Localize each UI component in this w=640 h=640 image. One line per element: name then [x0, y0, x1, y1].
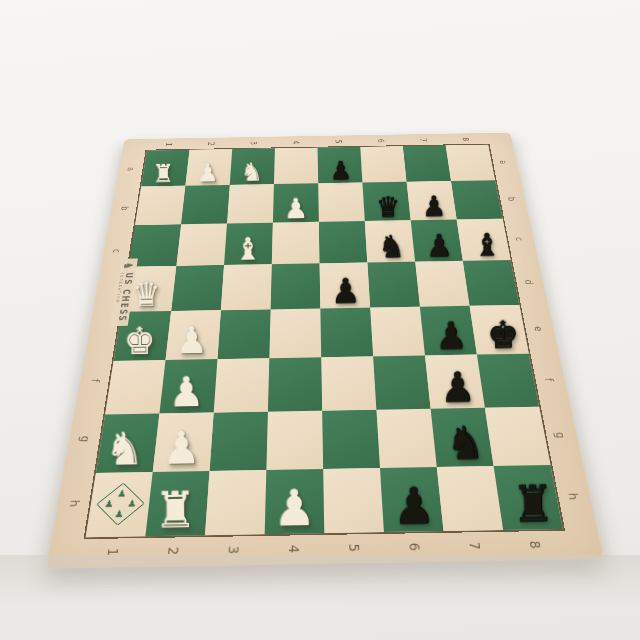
- square-b6[interactable]: ♛: [362, 182, 410, 221]
- file-label-right-g: g: [553, 432, 568, 439]
- file-label-left-c: c: [111, 249, 123, 253]
- square-h2[interactable]: ♜: [145, 471, 209, 536]
- square-h7[interactable]: [437, 466, 503, 531]
- rank-label-bottom-4: 4: [286, 545, 302, 553]
- square-f7[interactable]: ♟: [425, 355, 485, 409]
- square-g4[interactable]: [266, 411, 323, 470]
- square-e4[interactable]: [269, 308, 321, 358]
- piece-black-knight-g7[interactable]: ♞: [445, 421, 484, 467]
- piece-white-queen-d1[interactable]: ♛: [132, 277, 161, 311]
- square-b7[interactable]: ♟: [407, 181, 457, 220]
- square-d3[interactable]: [221, 264, 272, 310]
- square-h1[interactable]: ♟♟♟♟: [86, 472, 153, 537]
- piece-black-pawn-c7[interactable]: ♟: [425, 230, 452, 261]
- file-label-right-c: c: [513, 237, 525, 241]
- square-d4[interactable]: [271, 263, 321, 309]
- square-g7[interactable]: ♞: [431, 408, 494, 467]
- rank-label-bottom-2: 2: [165, 547, 182, 555]
- square-e5[interactable]: [320, 308, 373, 358]
- file-label-right-d: d: [522, 279, 535, 284]
- piece-black-bishop-c8[interactable]: ♝: [473, 229, 500, 260]
- square-d7[interactable]: [415, 261, 469, 307]
- piece-white-bishop-c3[interactable]: ♝: [235, 234, 261, 265]
- square-h4[interactable]: ♟: [265, 469, 325, 534]
- square-c8[interactable]: ♝: [457, 219, 511, 261]
- board: ♜♟♞♟♟♛♟♝♞♟♝♛♟♚♟♟♚♟♟♞♟♞♟♟♟♟♜♟♟♜: [86, 145, 563, 538]
- file-label-right-e: e: [531, 326, 545, 331]
- knight-icon: ♞: [121, 262, 136, 270]
- square-a2[interactable]: ♟: [185, 149, 232, 186]
- rank-label-top-1: 1: [164, 142, 175, 146]
- square-h8[interactable]: ♜: [494, 465, 563, 530]
- square-f8[interactable]: [477, 354, 539, 408]
- piece-white-king-e1[interactable]: ♚: [124, 323, 156, 361]
- square-a4[interactable]: [274, 148, 318, 185]
- rank-label-bottom-8: 8: [527, 541, 544, 549]
- piece-black-pawn-f7[interactable]: ♟: [439, 367, 475, 409]
- file-label-right-a: a: [498, 160, 509, 164]
- rank-label-top-5: 5: [333, 139, 344, 143]
- rank-label-top-2: 2: [206, 142, 217, 146]
- rank-label-bottom-6: 6: [407, 543, 423, 551]
- square-f2[interactable]: ♟: [159, 359, 217, 413]
- piece-white-rook-a1[interactable]: ♜: [152, 161, 174, 187]
- us-chess-pawns-logo: ♟♟♟♟: [96, 483, 145, 526]
- square-c6[interactable]: ♞: [365, 220, 415, 262]
- square-g8[interactable]: [485, 407, 551, 466]
- square-b4[interactable]: ♟: [273, 183, 319, 222]
- piece-white-knight-g1[interactable]: ♞: [105, 427, 143, 473]
- square-d8[interactable]: [463, 260, 519, 306]
- file-label-left-g: g: [78, 436, 93, 443]
- square-a3[interactable]: ♞: [230, 148, 275, 185]
- logo-pawn-icon: ♟: [109, 507, 127, 522]
- piece-black-queen-b6[interactable]: ♛: [375, 193, 399, 221]
- piece-black-knight-c6[interactable]: ♞: [378, 231, 405, 262]
- piece-black-rook-h8[interactable]: ♜: [511, 479, 554, 530]
- piece-white-pawn-e2[interactable]: ♟: [175, 322, 207, 360]
- piece-white-pawn-b4[interactable]: ♟: [284, 194, 308, 222]
- square-b2[interactable]: [181, 185, 230, 224]
- square-c3[interactable]: ♝: [224, 223, 273, 265]
- file-label-left-a: a: [125, 167, 136, 171]
- square-g5[interactable]: [322, 410, 380, 469]
- square-c7[interactable]: ♟: [411, 219, 463, 261]
- piece-black-pawn-b7[interactable]: ♟: [421, 192, 445, 220]
- square-d5[interactable]: ♟: [320, 263, 371, 309]
- piece-white-pawn-h4[interactable]: ♟: [273, 483, 316, 534]
- piece-white-pawn-g2[interactable]: ♟: [162, 426, 200, 472]
- square-b3[interactable]: [227, 184, 274, 223]
- square-g2[interactable]: ♟: [153, 412, 214, 471]
- square-f1[interactable]: [105, 360, 165, 414]
- square-e3[interactable]: [217, 309, 270, 359]
- piece-black-pawn-a5[interactable]: ♟: [329, 158, 351, 184]
- piece-white-pawn-a2[interactable]: ♟: [197, 160, 219, 186]
- square-d6[interactable]: [367, 262, 420, 308]
- rank-label-top-7: 7: [418, 138, 429, 142]
- rank-label-bottom-1: 1: [105, 548, 122, 556]
- square-g1[interactable]: ♞: [96, 413, 159, 472]
- square-d2[interactable]: [171, 265, 224, 311]
- piece-black-pawn-d5[interactable]: ♟: [330, 274, 359, 308]
- square-a7[interactable]: [403, 145, 451, 181]
- square-c4[interactable]: [272, 222, 320, 264]
- piece-white-pawn-f2[interactable]: ♟: [169, 371, 204, 413]
- file-label-left-b: b: [119, 206, 131, 210]
- rank-labels-bottom: 12345678: [82, 534, 568, 562]
- square-h6[interactable]: ♟: [380, 467, 444, 532]
- photo-scene: 12345678 12345678 abcfgh abcdefgh ♞ US C…: [0, 0, 640, 640]
- square-b1[interactable]: [135, 186, 185, 225]
- square-c5[interactable]: [319, 221, 367, 263]
- square-e7[interactable]: ♟: [420, 306, 477, 356]
- square-a5[interactable]: ♟: [318, 147, 363, 183]
- piece-black-pawn-e7[interactable]: ♟: [434, 317, 466, 355]
- file-label-left-f: f: [88, 379, 102, 382]
- square-f3[interactable]: [214, 358, 270, 412]
- square-a8[interactable]: [446, 145, 496, 181]
- square-b5[interactable]: [318, 183, 365, 222]
- square-e8[interactable]: ♚: [470, 305, 529, 355]
- vinyl-chess-mat: 12345678 12345678 abcfgh abcdefgh ♞ US C…: [46, 133, 604, 569]
- file-label-left-h: h: [66, 499, 81, 506]
- square-h5[interactable]: [323, 468, 384, 533]
- rank-label-bottom-3: 3: [226, 546, 242, 554]
- rank-label-top-8: 8: [460, 137, 471, 141]
- file-label-right-f: f: [542, 378, 556, 381]
- file-label-right-h: h: [565, 492, 581, 499]
- piece-white-knight-a3[interactable]: ♞: [241, 159, 263, 185]
- piece-black-pawn-h6[interactable]: ♟: [392, 481, 435, 532]
- square-a1[interactable]: ♜: [141, 150, 189, 187]
- square-g3[interactable]: [210, 412, 268, 471]
- square-f6[interactable]: [373, 355, 431, 409]
- square-b8[interactable]: [451, 180, 503, 219]
- piece-black-king-e8[interactable]: ♚: [486, 316, 519, 354]
- square-c2[interactable]: [176, 223, 227, 265]
- square-f4[interactable]: [268, 357, 322, 411]
- rank-label-top-3: 3: [249, 141, 260, 145]
- rank-label-top-6: 6: [376, 139, 387, 143]
- square-g6[interactable]: [376, 409, 436, 468]
- square-f5[interactable]: [321, 356, 376, 410]
- piece-white-rook-h2[interactable]: ♜: [154, 485, 196, 536]
- square-e6[interactable]: [370, 307, 425, 357]
- file-label-right-b: b: [505, 197, 517, 201]
- rank-label-bottom-5: 5: [347, 544, 363, 552]
- square-a6[interactable]: [360, 146, 406, 182]
- square-e2[interactable]: ♟: [166, 310, 221, 360]
- rank-label-top-4: 4: [291, 140, 301, 144]
- square-h3[interactable]: [205, 470, 266, 535]
- rank-label-bottom-7: 7: [467, 542, 484, 550]
- logo-pawn-icon: ♟: [99, 497, 117, 512]
- board-tilt-wrapper: 12345678 12345678 abcfgh abcdefgh ♞ US C…: [34, 0, 604, 569]
